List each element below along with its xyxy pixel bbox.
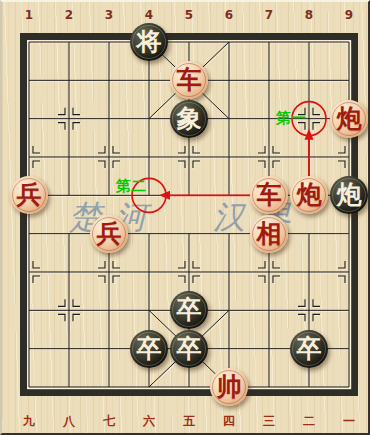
piece-char: 炮 — [337, 100, 362, 138]
xiangqi-board-window[interactable]: 楚河 汉界 123456789 九八七六五四三二一 第一第二 将车象炮兵车炮炮兵… — [0, 0, 370, 435]
piece-black-cannon[interactable]: 炮 — [330, 176, 368, 214]
piece-black-elephant[interactable]: 象 — [170, 100, 208, 138]
piece-red-chariot-b[interactable]: 车 — [250, 176, 288, 214]
piece-char: 卒 — [137, 330, 162, 368]
piece-black-soldier-b[interactable]: 卒 — [130, 330, 168, 368]
piece-char: 帅 — [217, 368, 242, 406]
piece-layer: 将车象炮兵车炮炮兵相卒卒卒卒帅 — [9, 23, 369, 406]
piece-char: 炮 — [297, 176, 322, 214]
piece-red-pawn-b[interactable]: 兵 — [90, 215, 128, 253]
piece-red-cannon-b[interactable]: 炮 — [290, 176, 328, 214]
piece-black-general[interactable]: 将 — [130, 23, 168, 61]
piece-red-pawn-a[interactable]: 兵 — [10, 176, 48, 214]
piece-char: 相 — [257, 215, 282, 253]
piece-black-soldier-c[interactable]: 卒 — [170, 330, 208, 368]
piece-red-general[interactable]: 帅 — [210, 368, 248, 406]
piece-char: 象 — [177, 100, 202, 138]
piece-char: 兵 — [97, 215, 122, 253]
piece-red-elephant[interactable]: 相 — [250, 215, 288, 253]
piece-red-cannon-a[interactable]: 炮 — [330, 100, 368, 138]
piece-black-soldier-d[interactable]: 卒 — [290, 330, 328, 368]
piece-char: 车 — [257, 176, 282, 214]
piece-char: 兵 — [17, 176, 42, 214]
piece-char: 卒 — [297, 330, 322, 368]
piece-char: 卒 — [177, 291, 202, 329]
piece-black-soldier-a[interactable]: 卒 — [170, 291, 208, 329]
piece-char: 将 — [137, 23, 162, 61]
piece-char: 炮 — [337, 176, 362, 214]
piece-char: 卒 — [177, 330, 202, 368]
piece-char: 车 — [177, 61, 202, 99]
piece-red-chariot-a[interactable]: 车 — [170, 61, 208, 99]
